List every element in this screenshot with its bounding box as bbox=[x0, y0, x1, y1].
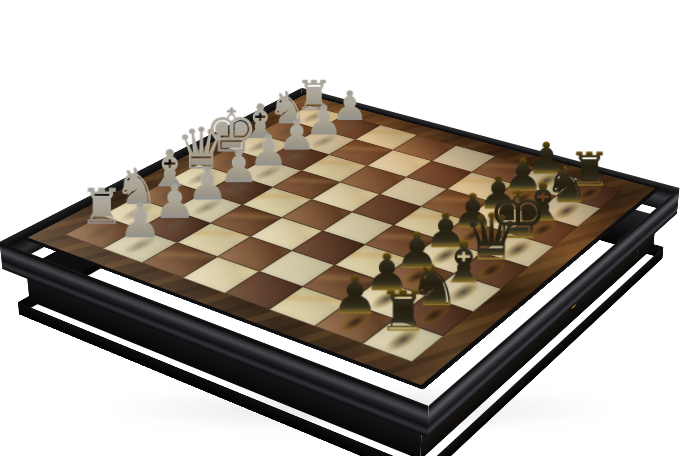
scene: ♜♞♝♛♚♝♞♜♟♟♟♟♟♟♟♟♟♟♟♟♟♟♟♟♜♞♝♛♚♝♞♜ ♜♞♝♛♚♝♞… bbox=[0, 0, 696, 456]
stage: ♜♞♝♛♚♝♞♜♟♟♟♟♟♟♟♟♟♟♟♟♟♟♟♟♜♞♝♛♚♝♞♜ ♜♞♝♛♚♝♞… bbox=[0, 0, 696, 456]
chess-box-assembly: ♜♞♝♛♚♝♞♜♟♟♟♟♟♟♟♟♟♟♟♟♟♟♟♟♜♞♝♛♚♝♞♜ ♜♞♝♛♚♝♞… bbox=[20, 92, 661, 390]
piece-black-rook-a8: ♜ bbox=[366, 240, 441, 339]
piece-white-pawn-a2: ♟ bbox=[107, 157, 174, 245]
